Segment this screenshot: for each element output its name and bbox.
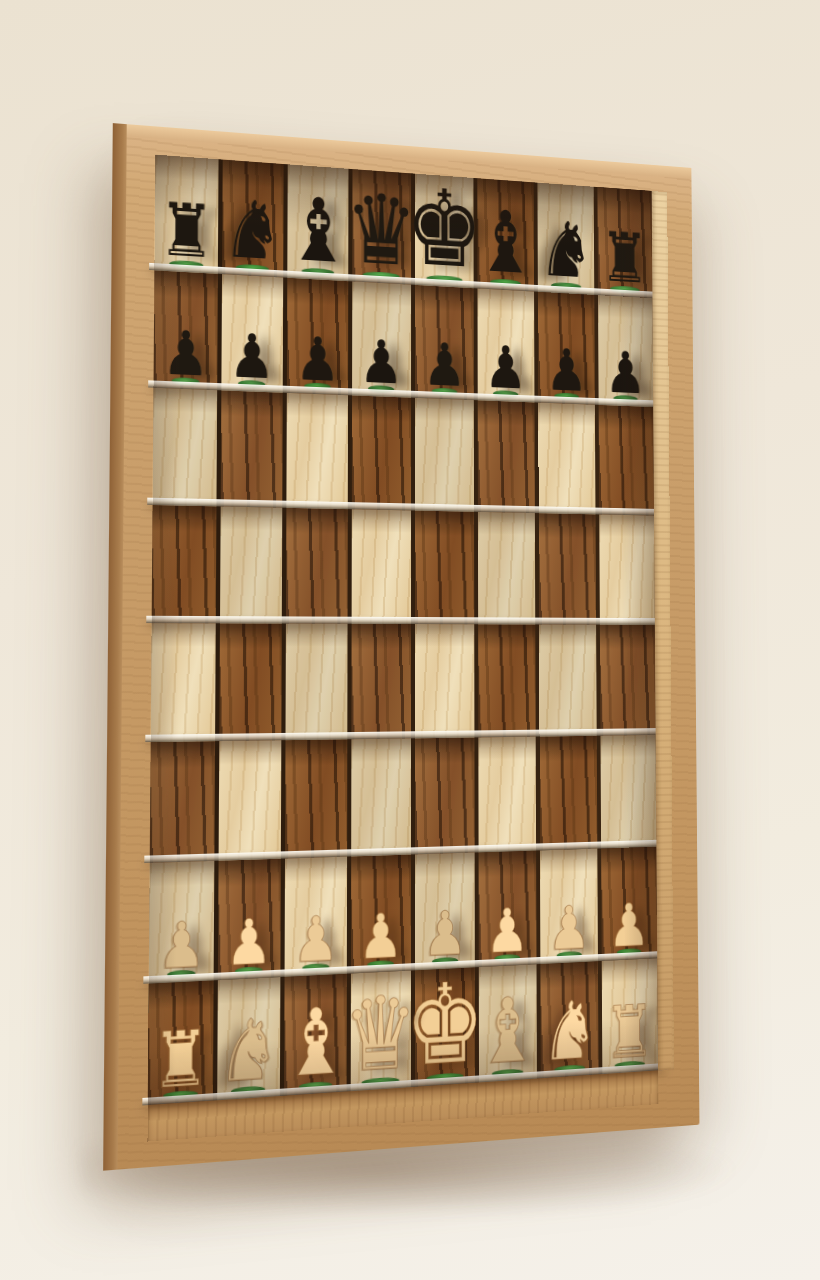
square-e7: ♟: [415, 285, 473, 399]
square-d4: [351, 624, 411, 740]
square-c1: ♝: [284, 973, 346, 1095]
square-h7: ♟: [598, 295, 654, 406]
square-c7: ♟: [287, 278, 348, 395]
square-b6: [220, 390, 283, 508]
square-a1: ♜: [148, 980, 213, 1105]
square-e4: [415, 624, 474, 739]
piece-black-king: ♚: [405, 174, 483, 284]
square-h5: [599, 514, 655, 625]
piece-white-pawn: ♟: [548, 897, 591, 958]
piece-white-pawn: ♟: [226, 909, 273, 974]
square-d7: ♟: [352, 282, 412, 398]
piece-white-pawn: ♟: [486, 899, 529, 961]
piece-white-bishop: ♝: [476, 985, 540, 1078]
square-h4: [599, 625, 655, 736]
square-h3: [600, 735, 656, 848]
square-f4: [478, 624, 536, 737]
square-d2: ♟: [350, 854, 411, 973]
square-h2: ♟: [601, 846, 658, 961]
square-g8: ♞: [537, 183, 593, 295]
square-g6: [538, 402, 595, 514]
square-e3: [415, 738, 474, 854]
square-d8: ♛: [352, 169, 411, 285]
piece-black-bishop: ♝: [285, 185, 351, 276]
square-a5: [152, 505, 216, 624]
piece-black-pawn: ♟: [229, 324, 275, 386]
square-f2: ♟: [478, 850, 536, 967]
piece-black-pawn: ♟: [295, 328, 340, 390]
square-f7: ♟: [477, 289, 534, 402]
square-g3: [540, 736, 597, 850]
square-f3: [478, 737, 536, 852]
square-a2: ♟: [149, 860, 214, 983]
square-g5: [539, 513, 596, 625]
oak-frame: ♜♞♝♛♚♝♞♜♟♟♟♟♟♟♟♟♟♟♟♟♟♟♟♟♜♞♝♛♚♝♞♜: [103, 123, 699, 1171]
square-e5: [415, 510, 474, 624]
square-b5: [219, 506, 282, 623]
square-a8: ♜: [154, 155, 218, 274]
square-b3: [218, 740, 281, 860]
board-grid: ♜♞♝♛♚♝♞♜♟♟♟♟♟♟♟♟♟♟♟♟♟♟♟♟♜♞♝♛♚♝♞♜: [148, 155, 658, 1105]
square-d3: [351, 739, 411, 856]
piece-black-knight: ♞: [538, 211, 594, 291]
piece-white-rook: ♜: [151, 1020, 209, 1100]
square-f8: ♝: [477, 178, 534, 292]
square-b1: ♞: [217, 977, 281, 1101]
square-d1: ♛: [350, 970, 411, 1091]
studio-backdrop: ♜♞♝♛♚♝♞♜♟♟♟♟♟♟♟♟♟♟♟♟♟♟♟♟♜♞♝♛♚♝♞♜: [0, 0, 820, 1280]
square-c4: [285, 624, 347, 741]
square-h8: ♜: [597, 187, 653, 298]
square-d6: [351, 395, 411, 510]
board-3d-wrapper: ♜♞♝♛♚♝♞♜♟♟♟♟♟♟♟♟♟♟♟♟♟♟♟♟♜♞♝♛♚♝♞♜: [103, 123, 699, 1171]
square-b8: ♞: [222, 160, 284, 278]
square-c8: ♝: [287, 164, 348, 281]
square-a7: ♟: [153, 271, 217, 390]
square-b7: ♟: [221, 274, 283, 392]
square-g4: [539, 624, 596, 736]
piece-white-pawn: ♟: [358, 904, 403, 967]
square-d5: [351, 509, 411, 624]
piece-black-pawn: ♟: [359, 331, 403, 392]
piece-black-pawn: ♟: [485, 337, 528, 397]
square-e6: [415, 397, 474, 511]
square-f5: [477, 512, 535, 625]
square-f6: [477, 400, 535, 513]
square-c2: ♟: [285, 856, 347, 976]
square-f1: ♝: [478, 964, 537, 1083]
square-g2: ♟: [540, 848, 598, 964]
piece-white-pawn: ♟: [293, 907, 339, 971]
piece-black-pawn: ♟: [605, 343, 646, 402]
square-c6: [286, 392, 347, 508]
square-e8: ♚: [415, 174, 473, 289]
piece-white-pawn: ♟: [608, 895, 650, 956]
square-c5: [286, 508, 347, 624]
piece-black-knight: ♞: [222, 189, 283, 273]
square-a6: [153, 387, 217, 506]
piece-black-pawn: ♟: [162, 321, 209, 384]
piece-white-knight: ♞: [217, 1007, 280, 1095]
square-a3: [150, 741, 215, 862]
piece-white-queen: ♛: [344, 981, 418, 1086]
piece-white-knight: ♞: [541, 990, 598, 1073]
piece-white-rook: ♜: [605, 995, 655, 1069]
frame-left-side-face: [103, 123, 127, 1171]
piece-black-pawn: ♟: [545, 340, 587, 399]
piece-white-pawn: ♟: [157, 912, 205, 977]
piece-black-rook: ♜: [158, 193, 214, 269]
square-h1: ♜: [601, 958, 658, 1074]
square-c3: [285, 740, 347, 859]
square-g7: ♟: [538, 292, 595, 404]
square-e2: ♟: [415, 852, 474, 970]
square-e1: ♚: [415, 967, 475, 1087]
square-b4: [219, 623, 282, 741]
piece-black-pawn: ♟: [423, 334, 466, 395]
piece-black-rook: ♜: [600, 222, 649, 293]
square-g1: ♞: [540, 961, 598, 1078]
piece-white-pawn: ♟: [423, 902, 467, 965]
vertical-chess-board: ♜♞♝♛♚♝♞♜♟♟♟♟♟♟♟♟♟♟♟♟♟♟♟♟♜♞♝♛♚♝♞♜: [121, 139, 709, 1139]
square-a4: [151, 623, 216, 742]
piece-white-bishop: ♝: [281, 995, 349, 1091]
square-b2: ♟: [217, 858, 280, 980]
piece-black-bishop: ♝: [474, 199, 536, 288]
square-h6: [598, 404, 654, 515]
